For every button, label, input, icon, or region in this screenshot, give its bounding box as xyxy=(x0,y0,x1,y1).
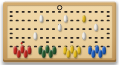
green-peg[interactable] xyxy=(52,46,56,54)
space-dot xyxy=(82,28,85,30)
blue-peg[interactable] xyxy=(98,50,102,58)
space-dot xyxy=(58,46,61,48)
space-dot xyxy=(22,37,25,39)
space-dot xyxy=(89,37,92,39)
space-dot xyxy=(52,37,55,39)
space-dot xyxy=(64,37,67,39)
space-dot xyxy=(22,28,25,30)
space-dot xyxy=(70,28,73,30)
blue-peg[interactable] xyxy=(102,46,106,54)
space-dot xyxy=(58,37,61,39)
space-dot xyxy=(46,28,49,30)
space-dot xyxy=(70,11,73,13)
space-dot xyxy=(64,28,67,30)
space-dot xyxy=(107,20,110,22)
space-dot xyxy=(76,28,79,30)
blue-base xyxy=(88,46,106,58)
space-dot xyxy=(34,11,37,13)
space-dot xyxy=(10,46,13,48)
space-dot xyxy=(28,11,31,13)
space-dot xyxy=(46,37,49,39)
space-dot xyxy=(40,37,43,39)
white-peg[interactable] xyxy=(34,32,38,39)
yellow-base xyxy=(63,46,81,58)
green-peg[interactable] xyxy=(42,50,46,58)
white-peg[interactable] xyxy=(82,32,86,39)
space-dot xyxy=(107,11,110,13)
space-dot xyxy=(16,28,19,30)
space-dot xyxy=(10,33,13,35)
space-dot xyxy=(101,37,104,39)
yellow-peg[interactable] xyxy=(66,50,70,58)
space-dot xyxy=(28,37,31,39)
space-dot xyxy=(58,20,61,22)
yellow-peg[interactable] xyxy=(82,15,86,22)
barricade-board-frame xyxy=(3,2,116,63)
space-dot xyxy=(10,11,13,13)
green-peg[interactable] xyxy=(49,50,53,58)
space-dot xyxy=(46,11,49,13)
red-peg[interactable] xyxy=(17,50,21,58)
red-base xyxy=(13,46,31,58)
space-dot xyxy=(107,15,110,17)
space-dot xyxy=(76,20,79,22)
space-dot xyxy=(107,33,110,35)
space-dot xyxy=(82,46,85,48)
space-dot xyxy=(89,28,92,30)
space-dot xyxy=(95,11,98,13)
space-dot xyxy=(10,37,13,39)
space-dot xyxy=(107,28,110,30)
space-dot xyxy=(76,37,79,39)
space-dot xyxy=(89,11,92,13)
space-dot xyxy=(52,11,55,13)
space-dot xyxy=(101,20,104,22)
yellow-peg[interactable] xyxy=(77,46,81,54)
white-peg[interactable] xyxy=(40,15,44,22)
space-dot xyxy=(107,37,110,39)
space-dot xyxy=(95,20,98,22)
space-dot xyxy=(10,15,13,17)
space-dot xyxy=(16,11,19,13)
space-dot xyxy=(95,37,98,39)
photo-backdrop xyxy=(0,0,119,65)
space-dot xyxy=(101,28,104,30)
space-dot xyxy=(22,20,25,22)
yellow-peg[interactable] xyxy=(73,50,77,58)
space-dot xyxy=(95,41,98,43)
space-dot xyxy=(34,20,37,22)
space-dot xyxy=(34,28,37,30)
space-dot xyxy=(64,11,67,13)
white-peg[interactable] xyxy=(58,24,62,31)
space-dot xyxy=(58,11,61,13)
green-base xyxy=(38,46,56,58)
space-dot xyxy=(28,28,31,30)
space-dot xyxy=(46,20,49,22)
white-peg[interactable] xyxy=(64,15,68,22)
red-peg[interactable] xyxy=(24,50,28,58)
space-dot xyxy=(76,11,79,13)
space-dot xyxy=(70,41,73,43)
space-dot xyxy=(46,41,49,43)
blue-peg[interactable] xyxy=(91,50,95,58)
space-dot xyxy=(52,20,55,22)
space-dot xyxy=(16,37,19,39)
space-dot xyxy=(28,20,31,22)
space-dot xyxy=(34,46,37,48)
space-dot xyxy=(10,28,13,30)
space-dot xyxy=(82,11,85,13)
space-dot xyxy=(52,28,55,30)
white-peg[interactable] xyxy=(94,24,98,31)
space-dot xyxy=(22,11,25,13)
space-dot xyxy=(10,20,13,22)
red-peg[interactable] xyxy=(27,46,31,54)
base-row xyxy=(7,49,112,59)
space-dot xyxy=(107,46,110,48)
space-dot xyxy=(70,20,73,22)
space-dot xyxy=(101,11,104,13)
space-dot xyxy=(70,37,73,39)
board-surface xyxy=(7,5,112,58)
scene xyxy=(0,0,119,65)
space-dot xyxy=(40,28,43,30)
space-dot xyxy=(16,20,19,22)
space-dot xyxy=(40,11,43,13)
space-dot xyxy=(89,20,92,22)
